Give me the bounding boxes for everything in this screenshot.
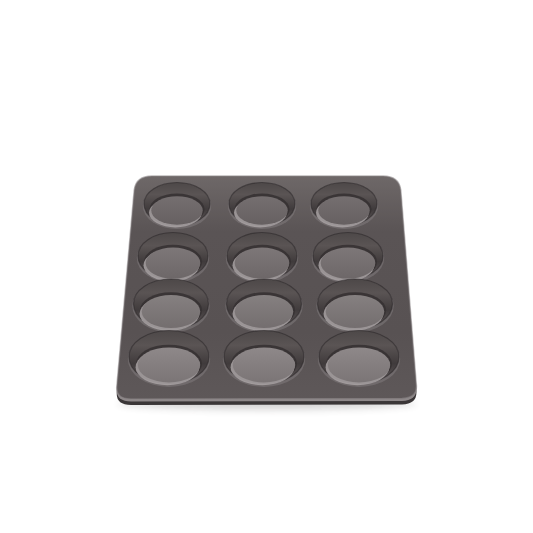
muffin-cup-r1c1 <box>143 183 211 229</box>
muffin-cup-r1c3 <box>310 183 378 229</box>
muffin-pan-photo <box>0 0 533 533</box>
muffin-cup-r4c2 <box>223 331 305 387</box>
muffin-cup-r3c3 <box>316 279 393 332</box>
muffin-cup-r1c2 <box>228 183 296 229</box>
muffin-cup-r3c2 <box>225 279 302 332</box>
muffin-cup-r4c1 <box>128 331 210 387</box>
muffin-cup-r2c2 <box>226 233 298 283</box>
muffin-cup-r2c1 <box>137 233 209 283</box>
photo-stage <box>0 0 533 533</box>
muffin-cup-r4c3 <box>318 331 400 387</box>
muffin-cups <box>128 183 400 387</box>
muffin-cup-r3c1 <box>132 279 209 332</box>
muffin-cup-r2c3 <box>312 233 384 283</box>
